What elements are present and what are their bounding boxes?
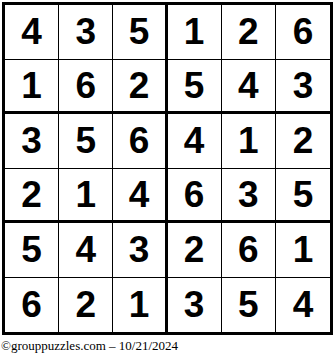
sudoku-cell-r4c5: 3 xyxy=(222,169,276,224)
sudoku-cell-r6c1: 6 xyxy=(5,278,59,333)
sudoku-cell-r3c3: 6 xyxy=(113,114,167,169)
sudoku-cell-r3c2: 5 xyxy=(59,114,113,169)
sudoku-cell-r5c4: 2 xyxy=(168,223,222,278)
sudoku-cell-r3c6: 2 xyxy=(276,114,330,169)
sudoku-cell-r4c6: 5 xyxy=(276,169,330,224)
sudoku-cell-r1c4: 1 xyxy=(168,5,222,60)
sudoku-cell-r5c2: 4 xyxy=(59,223,113,278)
sudoku-cell-r4c2: 1 xyxy=(59,169,113,224)
sudoku-cell-r2c3: 2 xyxy=(113,60,167,115)
sudoku-cell-r6c3: 1 xyxy=(113,278,167,333)
sudoku-board: 435126162543356412214635543261621354 xyxy=(2,2,333,335)
sudoku-cell-r5c3: 3 xyxy=(113,223,167,278)
copyright-text: ©grouppuzzles.com – 10/21/2024 xyxy=(1,338,178,354)
sudoku-cell-r1c6: 6 xyxy=(276,5,330,60)
sudoku-cell-r6c5: 5 xyxy=(222,278,276,333)
sudoku-cell-r1c2: 3 xyxy=(59,5,113,60)
sudoku-cell-r1c3: 5 xyxy=(113,5,167,60)
sudoku-cell-r2c2: 6 xyxy=(59,60,113,115)
sudoku-cell-r6c2: 2 xyxy=(59,278,113,333)
sudoku-cell-r3c1: 3 xyxy=(5,114,59,169)
sudoku-cell-r4c1: 2 xyxy=(5,169,59,224)
sudoku-cell-r5c6: 1 xyxy=(276,223,330,278)
sudoku-cell-r4c4: 6 xyxy=(168,169,222,224)
sudoku-cell-r2c4: 5 xyxy=(168,60,222,115)
sudoku-cell-r3c5: 1 xyxy=(222,114,276,169)
sudoku-cell-r5c1: 5 xyxy=(5,223,59,278)
sudoku-cell-r4c3: 4 xyxy=(113,169,167,224)
sudoku-cell-r1c5: 2 xyxy=(222,5,276,60)
sudoku-cell-r2c6: 3 xyxy=(276,60,330,115)
sudoku-cell-r5c5: 6 xyxy=(222,223,276,278)
sudoku-cell-r1c1: 4 xyxy=(5,5,59,60)
sudoku-cell-r3c4: 4 xyxy=(168,114,222,169)
sudoku-cell-r6c6: 4 xyxy=(276,278,330,333)
sudoku-cell-r2c5: 4 xyxy=(222,60,276,115)
sudoku-cell-r2c1: 1 xyxy=(5,60,59,115)
sudoku-cell-r6c4: 3 xyxy=(168,278,222,333)
